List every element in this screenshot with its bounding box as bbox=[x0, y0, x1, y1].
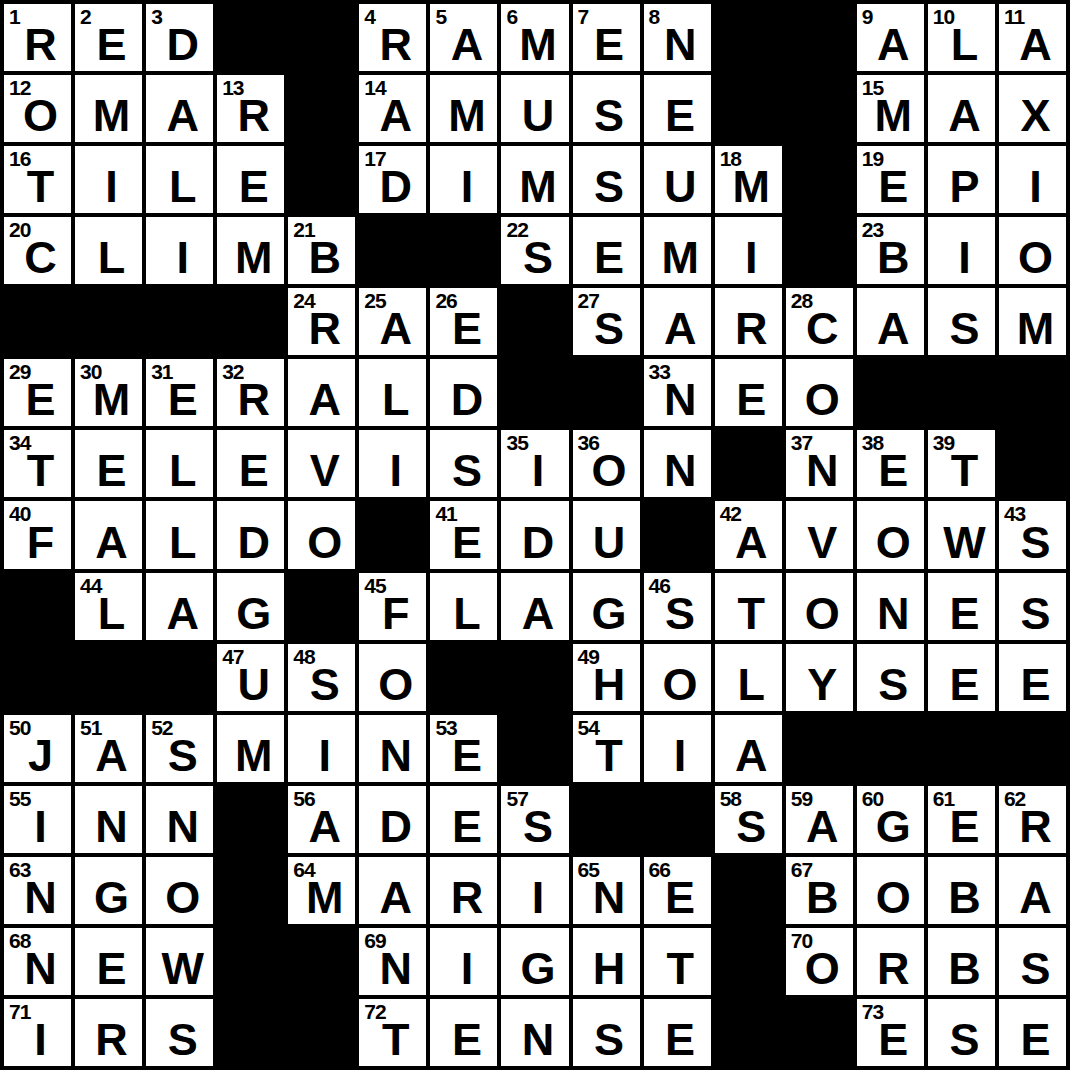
grid-cell[interactable]: 67B bbox=[786, 857, 853, 924]
grid-cell[interactable]: L bbox=[75, 217, 142, 284]
cell-letter: I bbox=[7, 804, 71, 849]
grid-cell[interactable]: M bbox=[644, 217, 711, 284]
grid-cell[interactable]: 64M bbox=[288, 857, 355, 924]
grid-cell[interactable]: 16T bbox=[4, 146, 71, 213]
grid-cell[interactable]: N bbox=[359, 715, 426, 782]
black-cell bbox=[217, 786, 284, 853]
grid-cell[interactable]: D bbox=[359, 786, 426, 853]
cell-letter: O bbox=[789, 946, 853, 991]
grid-cell[interactable]: S bbox=[573, 75, 640, 142]
cell-letter: N bbox=[7, 946, 71, 991]
cell-letter: E bbox=[433, 1017, 497, 1062]
grid-cell[interactable]: I bbox=[928, 217, 995, 284]
grid-cell[interactable]: 15M bbox=[857, 75, 924, 142]
cell-letter: E bbox=[576, 22, 640, 67]
grid-cell[interactable]: 52S bbox=[146, 715, 213, 782]
black-cell bbox=[786, 999, 853, 1066]
grid-cell[interactable]: X bbox=[999, 75, 1066, 142]
grid-cell[interactable]: G bbox=[573, 573, 640, 640]
grid-cell[interactable]: I bbox=[430, 146, 497, 213]
cell-letter: N bbox=[504, 1017, 568, 1062]
grid-cell[interactable]: 17D bbox=[359, 146, 426, 213]
cell-letter: S bbox=[291, 662, 355, 707]
cell-letter: N bbox=[647, 22, 711, 67]
grid-cell[interactable]: M bbox=[999, 288, 1066, 355]
cell-letter: S bbox=[576, 1017, 640, 1062]
grid-cell[interactable]: A bbox=[146, 75, 213, 142]
grid-cell[interactable]: N bbox=[644, 430, 711, 497]
grid-cell[interactable]: 7E bbox=[573, 4, 640, 71]
black-cell bbox=[4, 644, 71, 711]
grid-cell[interactable]: D bbox=[430, 359, 497, 426]
grid-cell[interactable]: O bbox=[786, 359, 853, 426]
cell-letter: O bbox=[789, 591, 853, 636]
cell-letter: E bbox=[931, 804, 995, 849]
grid-cell[interactable]: T bbox=[644, 928, 711, 995]
grid-cell[interactable]: O bbox=[786, 573, 853, 640]
grid-cell[interactable]: M bbox=[501, 146, 568, 213]
cell-letter: A bbox=[1002, 875, 1066, 920]
grid-cell[interactable]: R bbox=[715, 288, 782, 355]
grid-cell[interactable]: E bbox=[217, 146, 284, 213]
cell-letter: U bbox=[576, 520, 640, 565]
grid-cell[interactable]: A bbox=[928, 75, 995, 142]
grid-cell[interactable]: 2E bbox=[75, 4, 142, 71]
grid-cell[interactable]: O bbox=[857, 501, 924, 568]
grid-cell[interactable]: 48S bbox=[288, 644, 355, 711]
grid-cell[interactable]: 23B bbox=[857, 217, 924, 284]
cell-letter: N bbox=[362, 733, 426, 778]
grid-cell[interactable]: S bbox=[857, 644, 924, 711]
grid-cell[interactable]: M bbox=[217, 715, 284, 782]
grid-cell[interactable]: 61E bbox=[928, 786, 995, 853]
black-cell bbox=[644, 501, 711, 568]
grid-cell[interactable]: 26E bbox=[430, 288, 497, 355]
grid-cell[interactable]: S bbox=[573, 146, 640, 213]
grid-cell[interactable]: L bbox=[146, 146, 213, 213]
grid-cell[interactable]: 43S bbox=[999, 501, 1066, 568]
cell-letter: S bbox=[860, 662, 924, 707]
cell-letter: N bbox=[647, 377, 711, 422]
grid-cell[interactable]: 70O bbox=[786, 928, 853, 995]
grid-cell[interactable]: G bbox=[501, 928, 568, 995]
black-cell bbox=[715, 430, 782, 497]
grid-cell[interactable]: 58S bbox=[715, 786, 782, 853]
grid-cell[interactable]: S bbox=[430, 430, 497, 497]
grid-cell[interactable]: 44L bbox=[75, 573, 142, 640]
grid-cell[interactable]: 13R bbox=[217, 75, 284, 142]
grid-cell[interactable]: 60G bbox=[857, 786, 924, 853]
grid-cell[interactable]: I bbox=[430, 928, 497, 995]
cell-letter: I bbox=[78, 164, 142, 209]
grid-cell[interactable]: M bbox=[430, 75, 497, 142]
black-cell bbox=[217, 4, 284, 71]
cell-letter: S bbox=[718, 804, 782, 849]
cell-letter: M bbox=[1002, 306, 1066, 351]
grid-cell[interactable]: 37N bbox=[786, 430, 853, 497]
grid-cell[interactable]: 10L bbox=[928, 4, 995, 71]
cell-letter: I bbox=[504, 448, 568, 493]
grid-cell[interactable]: 11A bbox=[999, 4, 1066, 71]
grid-cell[interactable]: 62R bbox=[999, 786, 1066, 853]
cell-letter: L bbox=[149, 520, 213, 565]
black-cell bbox=[501, 359, 568, 426]
grid-cell[interactable]: O bbox=[857, 857, 924, 924]
grid-cell[interactable]: E bbox=[430, 786, 497, 853]
grid-cell[interactable]: D bbox=[217, 501, 284, 568]
cell-letter: L bbox=[78, 591, 142, 636]
black-cell bbox=[430, 644, 497, 711]
cell-letter: A bbox=[504, 591, 568, 636]
cell-letter: T bbox=[362, 1017, 426, 1062]
black-cell bbox=[288, 999, 355, 1066]
grid-cell[interactable]: E bbox=[999, 999, 1066, 1066]
grid-cell[interactable]: 54T bbox=[573, 715, 640, 782]
grid-cell[interactable]: 49H bbox=[573, 644, 640, 711]
grid-cell[interactable]: E bbox=[75, 928, 142, 995]
cell-letter: O bbox=[789, 377, 853, 422]
grid-cell[interactable]: 56A bbox=[288, 786, 355, 853]
black-cell bbox=[715, 4, 782, 71]
black-cell bbox=[288, 4, 355, 71]
grid-cell[interactable]: 28C bbox=[786, 288, 853, 355]
black-cell bbox=[4, 288, 71, 355]
grid-cell[interactable]: N bbox=[501, 999, 568, 1066]
grid-cell[interactable]: I bbox=[644, 715, 711, 782]
grid-cell[interactable]: 50J bbox=[4, 715, 71, 782]
grid-cell[interactable]: A bbox=[75, 501, 142, 568]
grid-cell[interactable]: I bbox=[359, 430, 426, 497]
cell-letter: R bbox=[220, 93, 284, 138]
cell-letter: S bbox=[149, 733, 213, 778]
grid-cell[interactable]: P bbox=[928, 146, 995, 213]
grid-cell[interactable]: 40F bbox=[4, 501, 71, 568]
grid-cell[interactable]: 6M bbox=[501, 4, 568, 71]
grid-cell[interactable]: V bbox=[288, 430, 355, 497]
grid-cell[interactable]: N bbox=[75, 786, 142, 853]
grid-cell[interactable]: A bbox=[146, 573, 213, 640]
grid-cell[interactable]: I bbox=[146, 217, 213, 284]
cell-letter: T bbox=[647, 946, 711, 991]
grid-cell[interactable]: G bbox=[75, 857, 142, 924]
cell-letter: S bbox=[1002, 591, 1066, 636]
cell-letter: S bbox=[931, 1017, 995, 1062]
grid-cell[interactable]: E bbox=[715, 359, 782, 426]
grid-cell[interactable]: 68N bbox=[4, 928, 71, 995]
cell-letter: N bbox=[789, 448, 853, 493]
grid-cell[interactable]: E bbox=[573, 217, 640, 284]
grid-cell[interactable]: L bbox=[359, 359, 426, 426]
cell-letter: E bbox=[576, 235, 640, 280]
grid-cell[interactable]: R bbox=[75, 999, 142, 1066]
grid-cell[interactable]: 4R bbox=[359, 4, 426, 71]
cell-letter: E bbox=[931, 591, 995, 636]
cell-letter: S bbox=[647, 591, 711, 636]
grid-cell[interactable]: 9A bbox=[857, 4, 924, 71]
grid-cell[interactable]: D bbox=[501, 501, 568, 568]
grid-cell[interactable]: 34T bbox=[4, 430, 71, 497]
cell-letter: I bbox=[7, 1017, 71, 1062]
grid-cell[interactable]: S bbox=[928, 999, 995, 1066]
grid-cell[interactable]: I bbox=[288, 715, 355, 782]
black-cell bbox=[857, 715, 924, 782]
cell-letter: A bbox=[149, 591, 213, 636]
grid-cell[interactable]: O bbox=[359, 644, 426, 711]
grid-cell[interactable]: O bbox=[146, 857, 213, 924]
cell-letter: R bbox=[718, 306, 782, 351]
cell-letter: O bbox=[1002, 235, 1066, 280]
grid-cell[interactable]: I bbox=[75, 146, 142, 213]
grid-cell[interactable]: 73E bbox=[857, 999, 924, 1066]
cell-letter: U bbox=[220, 662, 284, 707]
cell-letter: R bbox=[362, 22, 426, 67]
grid-cell[interactable]: 1R bbox=[4, 4, 71, 71]
grid-cell[interactable]: 57S bbox=[501, 786, 568, 853]
grid-cell[interactable]: 59A bbox=[786, 786, 853, 853]
grid-cell[interactable]: 42A bbox=[715, 501, 782, 568]
cell-letter: A bbox=[433, 22, 497, 67]
cell-letter: I bbox=[504, 875, 568, 920]
grid-cell[interactable]: 35I bbox=[501, 430, 568, 497]
grid-cell[interactable]: L bbox=[146, 501, 213, 568]
cell-letter: P bbox=[931, 164, 995, 209]
cell-letter: A bbox=[647, 306, 711, 351]
black-cell bbox=[217, 857, 284, 924]
grid-cell[interactable]: O bbox=[288, 501, 355, 568]
cell-letter: N bbox=[78, 804, 142, 849]
grid-cell[interactable]: 24R bbox=[288, 288, 355, 355]
cell-letter: H bbox=[576, 662, 640, 707]
cell-letter: B bbox=[931, 946, 995, 991]
grid-cell[interactable]: 27S bbox=[573, 288, 640, 355]
black-cell bbox=[359, 217, 426, 284]
black-cell bbox=[928, 359, 995, 426]
grid-cell[interactable]: 39T bbox=[928, 430, 995, 497]
grid-cell[interactable]: N bbox=[146, 786, 213, 853]
grid-cell[interactable]: W bbox=[146, 928, 213, 995]
grid-cell[interactable]: 14A bbox=[359, 75, 426, 142]
grid-cell[interactable]: T bbox=[715, 573, 782, 640]
cell-letter: T bbox=[931, 448, 995, 493]
grid-cell[interactable]: 46S bbox=[644, 573, 711, 640]
black-cell bbox=[146, 644, 213, 711]
grid-cell[interactable]: 32R bbox=[217, 359, 284, 426]
cell-letter: M bbox=[647, 235, 711, 280]
cell-letter: G bbox=[504, 946, 568, 991]
grid-cell[interactable]: 5A bbox=[430, 4, 497, 71]
grid-cell[interactable]: 65N bbox=[573, 857, 640, 924]
cell-letter: D bbox=[362, 804, 426, 849]
grid-cell[interactable]: 71I bbox=[4, 999, 71, 1066]
cell-letter: O bbox=[860, 520, 924, 565]
cell-letter: R bbox=[1002, 804, 1066, 849]
grid-cell[interactable]: 8N bbox=[644, 4, 711, 71]
grid-cell[interactable]: E bbox=[999, 644, 1066, 711]
cell-letter: A bbox=[931, 93, 995, 138]
grid-cell[interactable]: L bbox=[146, 430, 213, 497]
grid-cell[interactable]: S bbox=[573, 999, 640, 1066]
grid-cell[interactable]: 21B bbox=[288, 217, 355, 284]
grid-cell[interactable]: E bbox=[928, 644, 995, 711]
grid-cell[interactable]: B bbox=[928, 857, 995, 924]
grid-cell[interactable]: U bbox=[573, 501, 640, 568]
grid-cell[interactable]: A bbox=[644, 288, 711, 355]
grid-cell[interactable]: I bbox=[999, 146, 1066, 213]
grid-cell[interactable]: 41E bbox=[430, 501, 497, 568]
black-cell bbox=[999, 430, 1066, 497]
grid-cell[interactable]: S bbox=[999, 573, 1066, 640]
black-cell bbox=[644, 786, 711, 853]
grid-cell[interactable]: B bbox=[928, 928, 995, 995]
grid-cell[interactable]: 31E bbox=[146, 359, 213, 426]
grid-cell[interactable]: M bbox=[75, 75, 142, 142]
cell-letter: R bbox=[433, 875, 497, 920]
cell-letter: S bbox=[576, 164, 640, 209]
cell-letter: W bbox=[149, 946, 213, 991]
grid-cell[interactable]: 19E bbox=[857, 146, 924, 213]
cell-letter: I bbox=[1002, 164, 1066, 209]
grid-cell[interactable]: 22S bbox=[501, 217, 568, 284]
grid-cell[interactable]: E bbox=[217, 430, 284, 497]
grid-cell[interactable]: E bbox=[928, 573, 995, 640]
grid-cell[interactable]: L bbox=[715, 644, 782, 711]
cell-letter: I bbox=[647, 733, 711, 778]
grid-cell[interactable]: A bbox=[999, 857, 1066, 924]
cell-letter: T bbox=[7, 164, 71, 209]
cell-letter: N bbox=[149, 804, 213, 849]
cell-letter: A bbox=[718, 733, 782, 778]
grid-cell[interactable]: G bbox=[217, 573, 284, 640]
grid-cell[interactable]: 33N bbox=[644, 359, 711, 426]
grid-cell[interactable]: E bbox=[75, 430, 142, 497]
grid-cell[interactable]: E bbox=[644, 999, 711, 1066]
grid-cell[interactable]: W bbox=[928, 501, 995, 568]
grid-cell[interactable]: E bbox=[430, 999, 497, 1066]
cell-letter: I bbox=[362, 448, 426, 493]
grid-cell[interactable]: L bbox=[430, 573, 497, 640]
cell-letter: E bbox=[78, 946, 142, 991]
grid-cell[interactable]: 20C bbox=[4, 217, 71, 284]
cell-letter: D bbox=[433, 377, 497, 422]
grid-cell[interactable]: 12O bbox=[4, 75, 71, 142]
cell-letter: L bbox=[931, 22, 995, 67]
cell-letter: E bbox=[647, 1017, 711, 1062]
grid-cell[interactable]: 51A bbox=[75, 715, 142, 782]
black-cell bbox=[786, 146, 853, 213]
grid-cell[interactable]: S bbox=[999, 928, 1066, 995]
cell-letter: L bbox=[78, 235, 142, 280]
grid-cell[interactable]: R bbox=[430, 857, 497, 924]
grid-cell[interactable]: O bbox=[644, 644, 711, 711]
cell-letter: T bbox=[718, 591, 782, 636]
cell-letter: G bbox=[576, 591, 640, 636]
grid-cell[interactable]: A bbox=[359, 857, 426, 924]
cell-letter: S bbox=[149, 1017, 213, 1062]
grid-cell[interactable]: 36O bbox=[573, 430, 640, 497]
grid-cell[interactable]: A bbox=[857, 288, 924, 355]
grid-cell[interactable]: 53E bbox=[430, 715, 497, 782]
cell-letter: F bbox=[362, 591, 426, 636]
cell-letter: H bbox=[576, 946, 640, 991]
cell-letter: M bbox=[504, 164, 568, 209]
grid-cell[interactable]: R bbox=[857, 928, 924, 995]
black-cell bbox=[217, 999, 284, 1066]
grid-cell[interactable]: V bbox=[786, 501, 853, 568]
cell-letter: T bbox=[576, 733, 640, 778]
cell-letter: E bbox=[7, 377, 71, 422]
black-cell bbox=[715, 75, 782, 142]
cell-letter: E bbox=[1002, 1017, 1066, 1062]
grid-cell[interactable]: O bbox=[999, 217, 1066, 284]
grid-cell[interactable]: S bbox=[928, 288, 995, 355]
crossword-puzzle: 1R2E3D4R5A6M7E8N9A10L11A12OMA13R14AMUSE1… bbox=[0, 0, 1070, 1070]
cell-letter: I bbox=[718, 235, 782, 280]
cell-letter: M bbox=[220, 733, 284, 778]
grid-cell[interactable]: U bbox=[501, 75, 568, 142]
grid-cell[interactable]: I bbox=[501, 857, 568, 924]
cell-letter: E bbox=[78, 22, 142, 67]
cell-letter: L bbox=[149, 164, 213, 209]
grid-cell[interactable]: 30M bbox=[75, 359, 142, 426]
black-cell bbox=[786, 715, 853, 782]
cell-letter: E bbox=[220, 164, 284, 209]
grid-cell[interactable]: Y bbox=[786, 644, 853, 711]
grid-cell[interactable]: 3D bbox=[146, 4, 213, 71]
black-cell bbox=[928, 715, 995, 782]
grid-cell[interactable]: 29E bbox=[4, 359, 71, 426]
grid-cell[interactable]: E bbox=[644, 75, 711, 142]
grid-cell[interactable]: 47U bbox=[217, 644, 284, 711]
grid-cell[interactable]: N bbox=[857, 573, 924, 640]
cell-letter: R bbox=[291, 306, 355, 351]
grid-cell[interactable]: A bbox=[501, 573, 568, 640]
cell-letter: E bbox=[718, 377, 782, 422]
black-cell bbox=[786, 4, 853, 71]
cell-letter: M bbox=[433, 93, 497, 138]
black-cell bbox=[999, 715, 1066, 782]
grid-cell[interactable]: S bbox=[146, 999, 213, 1066]
grid-cell[interactable]: M bbox=[217, 217, 284, 284]
grid-cell[interactable]: 38E bbox=[857, 430, 924, 497]
cell-letter: E bbox=[860, 1017, 924, 1062]
grid-cell[interactable]: 63N bbox=[4, 857, 71, 924]
cell-letter: L bbox=[433, 591, 497, 636]
grid-cell[interactable]: A bbox=[288, 359, 355, 426]
grid-cell[interactable]: I bbox=[715, 217, 782, 284]
grid-cell[interactable]: 72T bbox=[359, 999, 426, 1066]
grid-cell[interactable]: 69N bbox=[359, 928, 426, 995]
cell-letter: E bbox=[433, 804, 497, 849]
black-cell bbox=[75, 644, 142, 711]
grid-cell[interactable]: 25A bbox=[359, 288, 426, 355]
cell-letter: L bbox=[149, 448, 213, 493]
cell-letter: D bbox=[220, 520, 284, 565]
cell-letter: E bbox=[860, 448, 924, 493]
grid-cell[interactable]: 66E bbox=[644, 857, 711, 924]
grid-cell[interactable]: 55I bbox=[4, 786, 71, 853]
cell-letter: V bbox=[789, 520, 853, 565]
grid-cell[interactable]: 45F bbox=[359, 573, 426, 640]
grid-cell[interactable]: U bbox=[644, 146, 711, 213]
grid-cell[interactable]: H bbox=[573, 928, 640, 995]
black-cell bbox=[715, 857, 782, 924]
cell-letter: S bbox=[1002, 520, 1066, 565]
grid-cell[interactable]: 18M bbox=[715, 146, 782, 213]
cell-letter: A bbox=[362, 306, 426, 351]
grid-cell[interactable]: A bbox=[715, 715, 782, 782]
cell-letter: L bbox=[362, 377, 426, 422]
black-cell bbox=[715, 999, 782, 1066]
